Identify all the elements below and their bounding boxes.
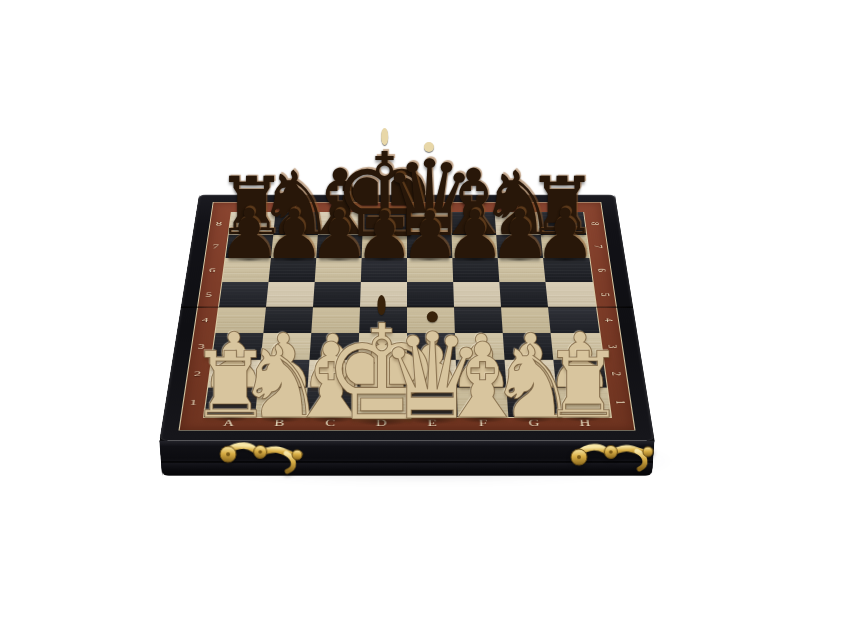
- piece-white-rook[interactable]: ♜: [542, 340, 624, 431]
- piece-black-pawn[interactable]: ♟: [534, 199, 596, 268]
- pieces-layer: ♜♞♝♚♛♝♞♜♟♟♟♟♟♟♟♟♟♟♟♟♟♟♟♟♜♞♝♚♛♝♞♜: [0, 0, 849, 622]
- product-photo-stage: 87654321 87654321 ABCDEFGH: [0, 0, 849, 622]
